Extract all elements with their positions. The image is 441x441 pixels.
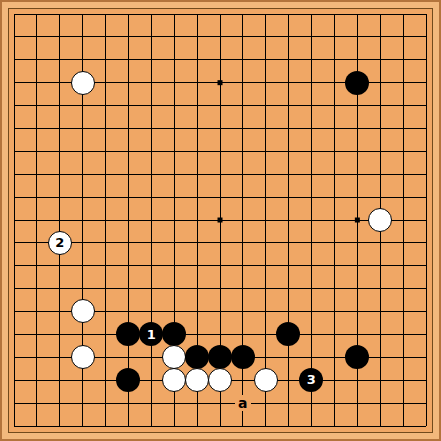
go-board: 213a bbox=[0, 0, 441, 441]
white-stone bbox=[208, 368, 232, 392]
black-stone bbox=[276, 322, 300, 346]
white-stone bbox=[71, 71, 95, 95]
white-stone bbox=[71, 299, 95, 323]
black-stone bbox=[208, 345, 232, 369]
white-stone bbox=[368, 208, 392, 232]
black-stone bbox=[185, 345, 209, 369]
white-stone-move-2: 2 bbox=[48, 231, 72, 255]
black-stone bbox=[231, 345, 255, 369]
white-stone bbox=[254, 368, 278, 392]
black-stone bbox=[345, 71, 369, 95]
point-label-a: a bbox=[235, 395, 251, 411]
white-stone bbox=[162, 345, 186, 369]
board-intersections: 213a bbox=[3, 3, 438, 438]
white-stone bbox=[162, 368, 186, 392]
black-stone-move-3: 3 bbox=[299, 368, 323, 392]
black-stone bbox=[345, 345, 369, 369]
black-stone bbox=[116, 322, 140, 346]
black-stone bbox=[162, 322, 186, 346]
black-stone bbox=[116, 368, 140, 392]
white-stone bbox=[185, 368, 209, 392]
black-stone-move-1: 1 bbox=[139, 322, 163, 346]
white-stone bbox=[71, 345, 95, 369]
